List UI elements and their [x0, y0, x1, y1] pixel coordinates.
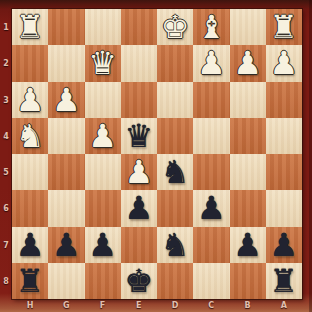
square-d4[interactable] — [157, 118, 193, 154]
square-d2[interactable] — [157, 45, 193, 81]
piece-wN-h4[interactable]: ♞ — [12, 118, 48, 154]
file-label-h: H — [12, 301, 48, 310]
square-f4[interactable]: ♟ — [85, 118, 121, 154]
square-a6[interactable] — [266, 190, 302, 226]
square-e6[interactable]: ♟ — [121, 190, 157, 226]
piece-wP-e5[interactable]: ♟ — [121, 154, 157, 190]
piece-bR-h8[interactable]: ♜ — [12, 263, 48, 299]
square-f1[interactable] — [85, 9, 121, 45]
square-c8[interactable] — [193, 263, 229, 299]
square-d3[interactable] — [157, 82, 193, 118]
rank-label-5: 5 — [0, 168, 12, 177]
piece-bR-a8[interactable]: ♜ — [266, 263, 302, 299]
square-h2[interactable] — [12, 45, 48, 81]
file-label-b: B — [230, 301, 266, 310]
piece-wP-g3[interactable]: ♟ — [48, 82, 84, 118]
square-h6[interactable] — [12, 190, 48, 226]
piece-wK-d1[interactable]: ♚ — [157, 9, 193, 45]
square-c2[interactable]: ♟ — [193, 45, 229, 81]
square-b7[interactable]: ♟ — [230, 227, 266, 263]
square-f3[interactable] — [85, 82, 121, 118]
square-a2[interactable]: ♟ — [266, 45, 302, 81]
square-c5[interactable] — [193, 154, 229, 190]
square-b3[interactable] — [230, 82, 266, 118]
file-label-a: A — [266, 301, 302, 310]
piece-bP-b7[interactable]: ♟ — [230, 227, 266, 263]
piece-bN-d5[interactable]: ♞ — [157, 154, 193, 190]
rank-label-3: 3 — [0, 95, 12, 104]
square-g6[interactable] — [48, 190, 84, 226]
square-d5[interactable]: ♞ — [157, 154, 193, 190]
square-h4[interactable]: ♞ — [12, 118, 48, 154]
square-e3[interactable] — [121, 82, 157, 118]
square-b2[interactable]: ♟ — [230, 45, 266, 81]
piece-bP-e6[interactable]: ♟ — [121, 190, 157, 226]
piece-wQ-f2[interactable]: ♛ — [85, 45, 121, 81]
piece-bN-d7[interactable]: ♞ — [157, 227, 193, 263]
square-f5[interactable] — [85, 154, 121, 190]
square-f2[interactable]: ♛ — [85, 45, 121, 81]
rank-label-6: 6 — [0, 204, 12, 213]
square-g4[interactable] — [48, 118, 84, 154]
square-f7[interactable]: ♟ — [85, 227, 121, 263]
square-g7[interactable]: ♟ — [48, 227, 84, 263]
square-b4[interactable] — [230, 118, 266, 154]
piece-wP-h3[interactable]: ♟ — [12, 82, 48, 118]
square-g5[interactable] — [48, 154, 84, 190]
piece-wP-a2[interactable]: ♟ — [266, 45, 302, 81]
square-h8[interactable]: ♜ — [12, 263, 48, 299]
square-a7[interactable]: ♟ — [266, 227, 302, 263]
square-d8[interactable] — [157, 263, 193, 299]
square-e4[interactable]: ♛ — [121, 118, 157, 154]
piece-bK-e8[interactable]: ♚ — [121, 263, 157, 299]
square-a1[interactable]: ♜ — [266, 9, 302, 45]
square-d6[interactable] — [157, 190, 193, 226]
square-c1[interactable]: ♝ — [193, 9, 229, 45]
square-a4[interactable] — [266, 118, 302, 154]
piece-wP-f4[interactable]: ♟ — [85, 118, 121, 154]
square-b1[interactable] — [230, 9, 266, 45]
file-label-f: F — [85, 301, 121, 310]
rank-label-1: 1 — [0, 23, 12, 32]
square-c3[interactable] — [193, 82, 229, 118]
piece-wP-c2[interactable]: ♟ — [193, 45, 229, 81]
file-label-c: C — [193, 301, 229, 310]
square-h1[interactable]: ♜ — [12, 9, 48, 45]
square-c4[interactable] — [193, 118, 229, 154]
square-b5[interactable] — [230, 154, 266, 190]
piece-wR-h1[interactable]: ♜ — [12, 9, 48, 45]
piece-wB-c1[interactable]: ♝ — [193, 9, 229, 45]
square-e7[interactable] — [121, 227, 157, 263]
square-d1[interactable]: ♚ — [157, 9, 193, 45]
piece-bP-a7[interactable]: ♟ — [266, 227, 302, 263]
piece-bP-h7[interactable]: ♟ — [12, 227, 48, 263]
piece-bQ-e4[interactable]: ♛ — [121, 118, 157, 154]
file-label-e: E — [121, 301, 157, 310]
square-g3[interactable]: ♟ — [48, 82, 84, 118]
square-d7[interactable]: ♞ — [157, 227, 193, 263]
file-label-g: G — [48, 301, 84, 310]
square-g1[interactable] — [48, 9, 84, 45]
square-h3[interactable]: ♟ — [12, 82, 48, 118]
square-g2[interactable] — [48, 45, 84, 81]
square-c6[interactable]: ♟ — [193, 190, 229, 226]
square-a5[interactable] — [266, 154, 302, 190]
piece-wP-b2[interactable]: ♟ — [230, 45, 266, 81]
square-f8[interactable] — [85, 263, 121, 299]
chess-board: ♜♚♝♜♛♟♟♟♟♟♞♟♛♟♞♟♟♟♟♟♞♟♟♜♚♜ — [12, 9, 302, 299]
square-e2[interactable] — [121, 45, 157, 81]
square-f6[interactable] — [85, 190, 121, 226]
square-e5[interactable]: ♟ — [121, 154, 157, 190]
piece-wR-a1[interactable]: ♜ — [266, 9, 302, 45]
piece-bP-c6[interactable]: ♟ — [193, 190, 229, 226]
square-h7[interactable]: ♟ — [12, 227, 48, 263]
rank-label-8: 8 — [0, 276, 12, 285]
square-e1[interactable] — [121, 9, 157, 45]
rank-label-4: 4 — [0, 131, 12, 140]
square-g8[interactable] — [48, 263, 84, 299]
square-c7[interactable] — [193, 227, 229, 263]
piece-bP-f7[interactable]: ♟ — [85, 227, 121, 263]
square-a3[interactable] — [266, 82, 302, 118]
rank-label-2: 2 — [0, 59, 12, 68]
square-h5[interactable] — [12, 154, 48, 190]
square-b8[interactable] — [230, 263, 266, 299]
file-label-d: D — [157, 301, 193, 310]
rank-label-7: 7 — [0, 240, 12, 249]
square-a8[interactable]: ♜ — [266, 263, 302, 299]
chessboard-frame: ♜♚♝♜♛♟♟♟♟♟♞♟♛♟♞♟♟♟♟♟♞♟♟♜♚♜ 12345678HGFED… — [0, 0, 312, 312]
piece-bP-g7[interactable]: ♟ — [48, 227, 84, 263]
square-b6[interactable] — [230, 190, 266, 226]
square-e8[interactable]: ♚ — [121, 263, 157, 299]
